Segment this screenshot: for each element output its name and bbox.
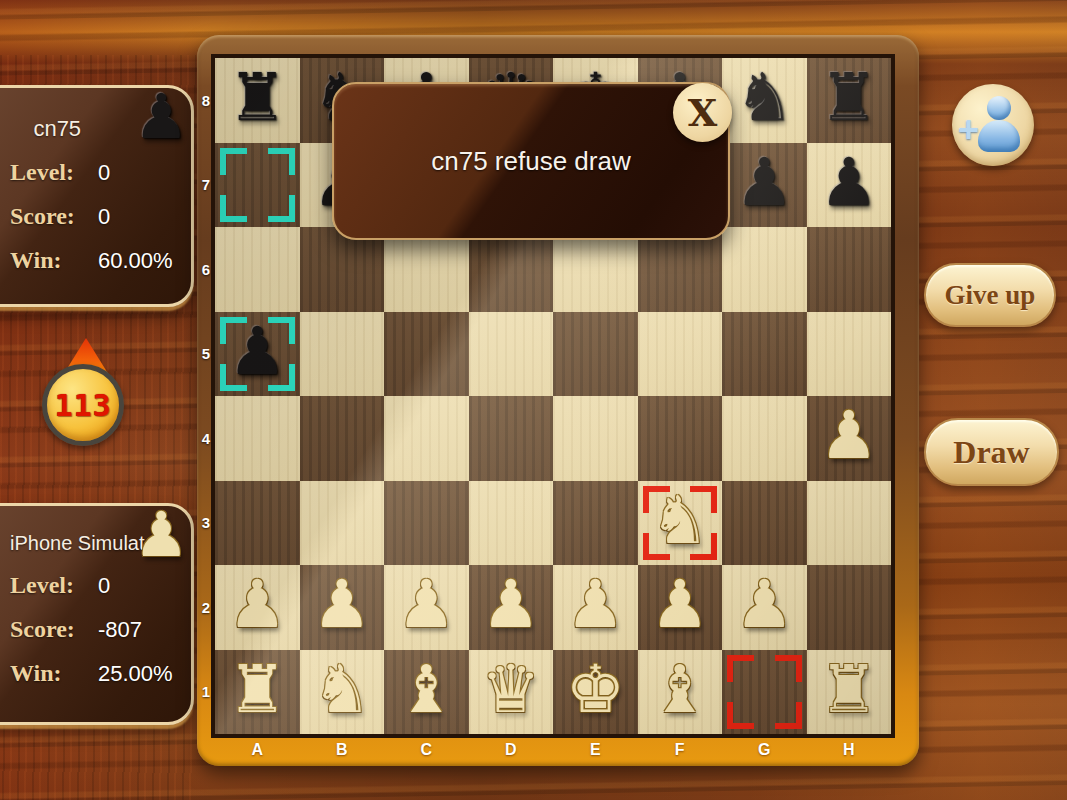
give-up-button[interactable]: Give up (924, 263, 1056, 327)
player-win-row: Win: 25.00% (0, 660, 191, 687)
square-d5[interactable] (469, 312, 554, 397)
square-e2[interactable]: ♟ (553, 565, 638, 650)
white-knight: ♞ (312, 657, 371, 723)
square-d4[interactable] (469, 396, 554, 481)
opponent-level-row: Level: 0 (0, 159, 191, 186)
draw-button[interactable]: Draw (924, 418, 1059, 486)
teal-highlight-marker (220, 148, 295, 223)
popup-message: cn75 refuse draw (431, 146, 630, 177)
square-b4[interactable] (300, 396, 385, 481)
file-label-a: A (215, 736, 300, 764)
square-c4[interactable] (384, 396, 469, 481)
timer-face: 113 (42, 364, 124, 446)
square-d1[interactable]: ♛ (469, 650, 554, 735)
square-e3[interactable] (553, 481, 638, 566)
white-rook: ♜ (819, 657, 878, 723)
square-g1[interactable] (722, 650, 807, 735)
score-value: -807 (98, 617, 142, 643)
square-c1[interactable]: ♝ (384, 650, 469, 735)
square-b2[interactable]: ♟ (300, 565, 385, 650)
white-pawn: ♟ (735, 572, 794, 638)
square-g8[interactable]: ♞ (722, 58, 807, 143)
white-pawn: ♟ (566, 572, 625, 638)
square-e5[interactable] (553, 312, 638, 397)
person-icon (987, 96, 1011, 120)
timer-value: 113 (54, 388, 111, 423)
white-knight: ♞ (650, 488, 709, 554)
white-pawn: ♟ (819, 403, 878, 469)
square-h1[interactable]: ♜ (807, 650, 892, 735)
opponent-win-row: Win: 60.00% (0, 247, 191, 274)
square-a5[interactable]: ♟ (215, 312, 300, 397)
black-pawn: ♟ (819, 150, 878, 216)
white-queen: ♛ (481, 657, 540, 723)
file-label-h: H (807, 736, 892, 764)
black-pawn: ♟ (228, 319, 287, 385)
square-h8[interactable]: ♜ (807, 58, 892, 143)
square-g4[interactable] (722, 396, 807, 481)
win-value: 60.00% (98, 248, 173, 274)
white-pawn: ♟ (312, 572, 371, 638)
move-timer: 113 (38, 334, 132, 444)
square-a8[interactable]: ♜ (215, 58, 300, 143)
square-f4[interactable] (638, 396, 723, 481)
file-labels: ABCDEFGH (215, 736, 891, 764)
square-g2[interactable]: ♟ (722, 565, 807, 650)
square-c2[interactable]: ♟ (384, 565, 469, 650)
square-c5[interactable] (384, 312, 469, 397)
white-bishop: ♝ (650, 657, 709, 723)
player-panel: iPhone Simulator ♟ Level: 0 Score: -807 … (0, 503, 194, 725)
player-level-row: Level: 0 (0, 572, 191, 599)
person-body-icon (978, 120, 1020, 152)
file-label-c: C (384, 736, 469, 764)
white-pawn-icon: ♟ (133, 504, 189, 566)
white-rook: ♜ (228, 657, 287, 723)
level-label: Level: (10, 572, 98, 599)
win-label: Win: (10, 247, 98, 274)
score-value: 0 (98, 204, 110, 230)
square-f1[interactable]: ♝ (638, 650, 723, 735)
square-d3[interactable] (469, 481, 554, 566)
square-h5[interactable] (807, 312, 892, 397)
opponent-name: cn75 (0, 116, 138, 142)
score-label: Score: (10, 616, 98, 643)
square-g3[interactable] (722, 481, 807, 566)
square-a1[interactable]: ♜ (215, 650, 300, 735)
square-f2[interactable]: ♟ (638, 565, 723, 650)
white-king: ♚ (566, 657, 625, 723)
square-a4[interactable] (215, 396, 300, 481)
white-pawn: ♟ (481, 572, 540, 638)
rank-label-2: 2 (197, 565, 215, 650)
rank-label-3: 3 (197, 481, 215, 566)
square-h2[interactable] (807, 565, 892, 650)
square-d2[interactable]: ♟ (469, 565, 554, 650)
file-label-b: B (300, 736, 385, 764)
score-label: Score: (10, 203, 98, 230)
square-b1[interactable]: ♞ (300, 650, 385, 735)
square-a3[interactable] (215, 481, 300, 566)
rank-label-7: 7 (197, 143, 215, 228)
opponent-panel: cn75 ♟ Level: 0 Score: 0 Win: 60.00% (0, 85, 194, 307)
square-h3[interactable] (807, 481, 892, 566)
black-pawn: ♟ (735, 150, 794, 216)
rank-label-6: 6 (197, 227, 215, 312)
square-e4[interactable] (553, 396, 638, 481)
win-value: 25.00% (98, 661, 173, 687)
file-label-d: D (469, 736, 554, 764)
black-knight: ♞ (735, 65, 794, 131)
square-h4[interactable]: ♟ (807, 396, 892, 481)
square-g5[interactable] (722, 312, 807, 397)
level-value: 0 (98, 160, 110, 186)
red-highlight-marker (727, 655, 802, 730)
player-score-row: Score: -807 (0, 616, 191, 643)
square-f3[interactable]: ♞ (638, 481, 723, 566)
file-label-f: F (638, 736, 723, 764)
white-pawn: ♟ (650, 572, 709, 638)
rank-labels: 87654321 (197, 58, 215, 734)
square-c3[interactable] (384, 481, 469, 566)
rank-label-1: 1 (197, 650, 215, 735)
square-e1[interactable]: ♚ (553, 650, 638, 735)
white-pawn: ♟ (228, 572, 287, 638)
white-bishop: ♝ (397, 657, 456, 723)
plus-icon: + (958, 112, 979, 148)
square-g6[interactable] (722, 227, 807, 312)
opponent-score-row: Score: 0 (0, 203, 191, 230)
square-f5[interactable] (638, 312, 723, 397)
black-rook: ♜ (819, 65, 878, 131)
close-icon[interactable]: X (673, 83, 732, 142)
square-a7[interactable] (215, 143, 300, 228)
rank-label-4: 4 (197, 396, 215, 481)
add-user-button[interactable]: + (952, 84, 1034, 166)
square-b5[interactable] (300, 312, 385, 397)
level-label: Level: (10, 159, 98, 186)
square-h6[interactable] (807, 227, 892, 312)
win-label: Win: (10, 660, 98, 687)
file-label-g: G (722, 736, 807, 764)
draw-refused-popup: cn75 refuse draw X (332, 82, 730, 240)
square-a2[interactable]: ♟ (215, 565, 300, 650)
rank-label-5: 5 (197, 312, 215, 397)
file-label-e: E (553, 736, 638, 764)
black-rook: ♜ (228, 65, 287, 131)
rank-label-8: 8 (197, 58, 215, 143)
square-b3[interactable] (300, 481, 385, 566)
white-pawn: ♟ (397, 572, 456, 638)
black-pawn-icon: ♟ (133, 86, 189, 148)
level-value: 0 (98, 573, 110, 599)
square-a6[interactable] (215, 227, 300, 312)
square-g7[interactable]: ♟ (722, 143, 807, 228)
square-h7[interactable]: ♟ (807, 143, 892, 228)
app-root: cn75 ♟ Level: 0 Score: 0 Win: 60.00% 113… (0, 0, 1067, 800)
